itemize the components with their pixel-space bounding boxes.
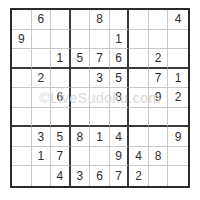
sudoku-cell-r6c9[interactable] — [168, 108, 188, 128]
sudoku-cell-r1c5[interactable]: 8 — [90, 10, 110, 30]
sudoku-cell-r2c2[interactable] — [32, 30, 52, 50]
sudoku-cell-r6c7[interactable] — [129, 108, 149, 128]
sudoku-cell-r6c2[interactable] — [32, 108, 52, 128]
sudoku-cell-r5c3[interactable]: 6 — [51, 88, 71, 108]
sudoku-cell-r8c1[interactable] — [12, 147, 32, 167]
sudoku-cell-r7c9[interactable]: 9 — [168, 127, 188, 147]
sudoku-cell-r8c8[interactable]: 8 — [149, 147, 169, 167]
sudoku-cell-r1c9[interactable]: 4 — [168, 10, 188, 30]
sudoku-cell-r2c9[interactable] — [168, 30, 188, 50]
sudoku-cell-r1c6[interactable] — [110, 10, 130, 30]
sudoku-cell-r8c6[interactable]: 9 — [110, 147, 130, 167]
sudoku-cell-r2c1[interactable]: 9 — [12, 30, 32, 50]
sudoku-cell-r4c9[interactable]: 1 — [168, 69, 188, 89]
sudoku-board: 68491157622357168923581491794843672 — [10, 8, 190, 188]
sudoku-cell-r1c2[interactable]: 6 — [32, 10, 52, 30]
sudoku-cell-r4c7[interactable] — [129, 69, 149, 89]
sudoku-cell-r9c2[interactable] — [32, 166, 52, 186]
sudoku-cell-r9c3[interactable]: 4 — [51, 166, 71, 186]
sudoku-cell-r4c4[interactable] — [71, 69, 91, 89]
sudoku-cell-r3c6[interactable]: 6 — [110, 49, 130, 69]
sudoku-cell-r2c4[interactable] — [71, 30, 91, 50]
sudoku-cell-r9c5[interactable]: 6 — [90, 166, 110, 186]
sudoku-puzzle-image: 68491157622357168923581491794843672 ©Liv… — [0, 0, 200, 200]
sudoku-cell-r8c7[interactable]: 4 — [129, 147, 149, 167]
sudoku-cell-r6c5[interactable] — [90, 108, 110, 128]
sudoku-cell-r2c3[interactable] — [51, 30, 71, 50]
sudoku-cell-r8c3[interactable]: 7 — [51, 147, 71, 167]
sudoku-cell-r5c6[interactable]: 8 — [110, 88, 130, 108]
sudoku-cell-r1c4[interactable] — [71, 10, 91, 30]
sudoku-cell-r7c3[interactable]: 5 — [51, 127, 71, 147]
sudoku-cell-r5c2[interactable] — [32, 88, 52, 108]
sudoku-cell-r3c2[interactable] — [32, 49, 52, 69]
sudoku-cell-r9c4[interactable]: 3 — [71, 166, 91, 186]
sudoku-cell-r9c8[interactable] — [149, 166, 169, 186]
sudoku-cell-r7c2[interactable]: 3 — [32, 127, 52, 147]
sudoku-cell-r9c7[interactable]: 2 — [129, 166, 149, 186]
sudoku-cell-r9c9[interactable] — [168, 166, 188, 186]
sudoku-cell-r1c3[interactable] — [51, 10, 71, 30]
sudoku-cell-r4c3[interactable] — [51, 69, 71, 89]
sudoku-cell-r1c1[interactable] — [12, 10, 32, 30]
sudoku-cell-r7c7[interactable] — [129, 127, 149, 147]
sudoku-cell-r3c5[interactable]: 7 — [90, 49, 110, 69]
sudoku-cell-r3c1[interactable] — [12, 49, 32, 69]
sudoku-cell-r6c8[interactable] — [149, 108, 169, 128]
sudoku-cell-r1c8[interactable] — [149, 10, 169, 30]
sudoku-cell-r2c6[interactable]: 1 — [110, 30, 130, 50]
sudoku-cell-r7c8[interactable] — [149, 127, 169, 147]
sudoku-cell-r3c7[interactable] — [129, 49, 149, 69]
sudoku-cell-r3c9[interactable] — [168, 49, 188, 69]
sudoku-cell-r6c1[interactable] — [12, 108, 32, 128]
sudoku-cell-r3c3[interactable]: 1 — [51, 49, 71, 69]
sudoku-cell-r3c4[interactable]: 5 — [71, 49, 91, 69]
sudoku-cell-r1c7[interactable] — [129, 10, 149, 30]
sudoku-cell-r9c6[interactable]: 7 — [110, 166, 130, 186]
sudoku-cell-r6c6[interactable] — [110, 108, 130, 128]
sudoku-cell-r9c1[interactable] — [12, 166, 32, 186]
sudoku-cell-r5c1[interactable] — [12, 88, 32, 108]
sudoku-cell-r7c6[interactable]: 4 — [110, 127, 130, 147]
sudoku-cell-r5c8[interactable]: 9 — [149, 88, 169, 108]
sudoku-cell-r4c1[interactable] — [12, 69, 32, 89]
sudoku-cell-r2c8[interactable] — [149, 30, 169, 50]
sudoku-cell-r2c5[interactable] — [90, 30, 110, 50]
sudoku-cell-r7c5[interactable]: 1 — [90, 127, 110, 147]
sudoku-cell-r5c4[interactable] — [71, 88, 91, 108]
sudoku-cell-r5c9[interactable]: 2 — [168, 88, 188, 108]
sudoku-cell-r8c5[interactable] — [90, 147, 110, 167]
sudoku-cell-r8c4[interactable] — [71, 147, 91, 167]
sudoku-cell-r8c2[interactable]: 1 — [32, 147, 52, 167]
sudoku-cell-r7c1[interactable] — [12, 127, 32, 147]
sudoku-cell-r4c5[interactable]: 3 — [90, 69, 110, 89]
sudoku-cell-r2c7[interactable] — [129, 30, 149, 50]
sudoku-cell-r8c9[interactable] — [168, 147, 188, 167]
sudoku-cell-r5c7[interactable] — [129, 88, 149, 108]
sudoku-cell-r6c4[interactable] — [71, 108, 91, 128]
sudoku-cell-r4c8[interactable]: 7 — [149, 69, 169, 89]
sudoku-cell-r4c6[interactable]: 5 — [110, 69, 130, 89]
sudoku-cell-r6c3[interactable] — [51, 108, 71, 128]
sudoku-cell-r7c4[interactable]: 8 — [71, 127, 91, 147]
sudoku-cell-r4c2[interactable]: 2 — [32, 69, 52, 89]
sudoku-cell-r5c5[interactable] — [90, 88, 110, 108]
sudoku-cell-r3c8[interactable]: 2 — [149, 49, 169, 69]
